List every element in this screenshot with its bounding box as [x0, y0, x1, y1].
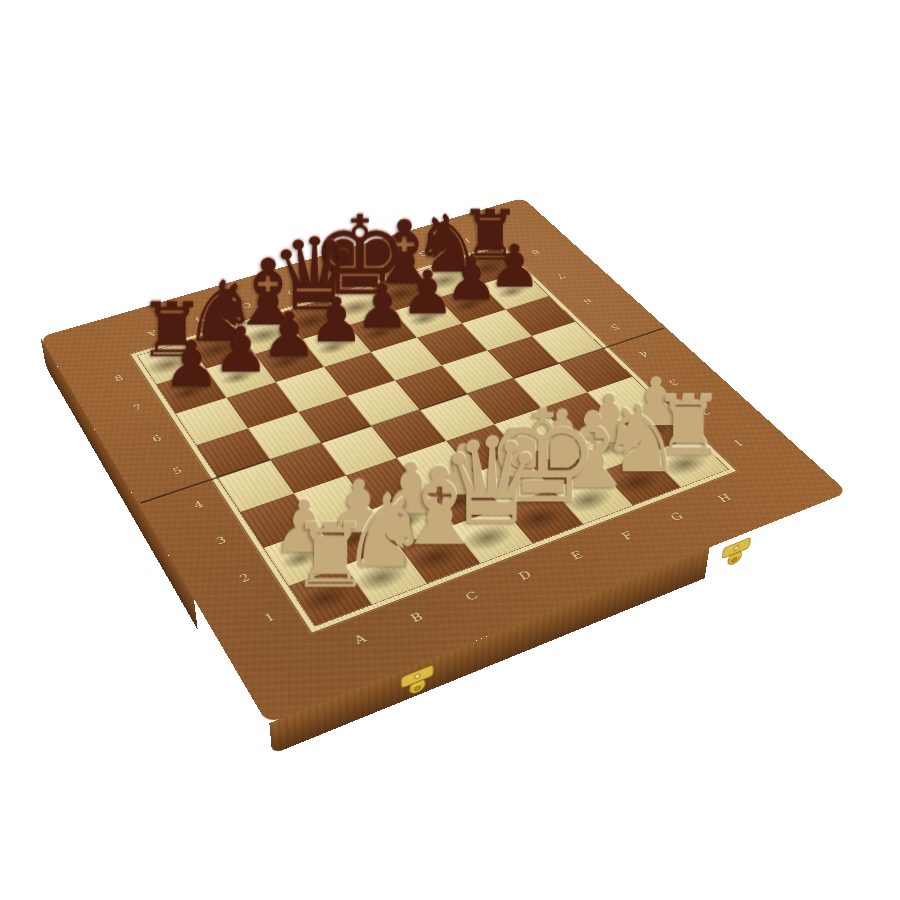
rank-label-near-3: 3	[206, 531, 236, 550]
piece-black-pawn[interactable]: ♟	[163, 333, 220, 397]
rank-label-near-7: 7	[124, 400, 151, 416]
piece-black-pawn[interactable]: ♟	[261, 304, 317, 366]
rank-label-near-5: 5	[163, 462, 191, 479]
square-c5[interactable]	[298, 396, 371, 443]
piece-black-pawn[interactable]: ♟	[213, 318, 269, 381]
square-a1[interactable]: ♜	[289, 565, 372, 625]
file-label-near-h: H	[710, 489, 740, 507]
chess-box: ♜♞♝♛♚♝♞♜♟♟♟♟♟♟♟♟♟♟♟♟♟♟♟♟♜♞♝♛♚♝♞♜ AA11BB2…	[40, 198, 848, 724]
rank-label-near-6: 6	[143, 430, 170, 447]
file-label-near-a: A	[344, 628, 376, 650]
rank-label-near-8: 8	[106, 371, 132, 386]
piece-white-rook[interactable]: ♜	[290, 513, 370, 602]
rank-label-far-4: 4	[630, 347, 657, 362]
rank-label-far-5: 5	[602, 320, 628, 334]
chess-board: ♜♞♝♛♚♝♞♜♟♟♟♟♟♟♟♟♟♟♟♟♟♟♟♟♜♞♝♛♚♝♞♜	[138, 248, 728, 626]
file-label-near-d: D	[510, 565, 541, 585]
file-label-near-b: B	[401, 607, 433, 628]
perspective-scene: ♜♞♝♛♚♝♞♜♟♟♟♟♟♟♟♟♟♟♟♟♟♟♟♟♜♞♝♛♚♝♞♜ AA11BB2…	[0, 0, 900, 900]
rank-label-near-1: 1	[254, 607, 285, 628]
rank-label-far-1: 1	[723, 434, 752, 451]
board-frame: ♜♞♝♛♚♝♞♜♟♟♟♟♟♟♟♟♟♟♟♟♟♟♟♟♜♞♝♛♚♝♞♜ AA11BB2…	[40, 198, 848, 724]
rank-label-near-4: 4	[184, 496, 213, 514]
brass-clasp-icon	[718, 536, 753, 577]
brass-clasp-icon	[400, 663, 436, 707]
product-photo-stage: ♜♞♝♛♚♝♞♜♟♟♟♟♟♟♟♟♟♟♟♟♟♟♟♟♜♞♝♛♚♝♞♜ AA11BB2…	[0, 0, 900, 900]
file-label-near-e: E	[562, 546, 593, 566]
file-label-near-f: F	[612, 526, 643, 545]
piece-black-pawn[interactable]: ♟	[309, 290, 364, 351]
file-label-near-c: C	[456, 586, 488, 607]
square-a6[interactable]	[176, 398, 248, 445]
rank-label-far-7: 7	[548, 270, 573, 283]
rank-label-far-6: 6	[574, 294, 600, 307]
rank-label-near-2: 2	[229, 568, 260, 588]
file-label-near-g: G	[662, 507, 692, 526]
